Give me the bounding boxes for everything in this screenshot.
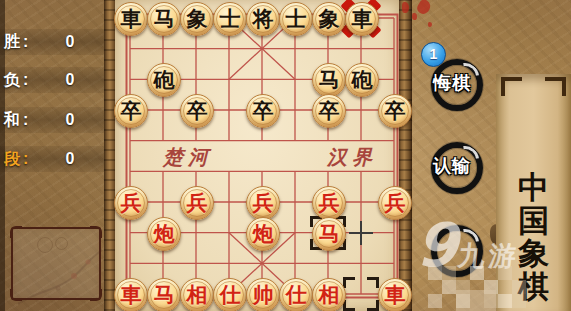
piece-red-炮[interactable]: 炮 <box>147 217 181 251</box>
stats-panel: 胜:0 负:0 和:0 段:0 <box>0 0 108 200</box>
piece-glyph: 卒 <box>385 95 406 127</box>
piece-red-炮[interactable]: 炮 <box>246 217 280 251</box>
stat-colon: : <box>23 33 28 51</box>
banner-char: 棋 <box>496 270 571 303</box>
piece-glyph: 砲 <box>352 64 373 96</box>
piece-glyph: 卒 <box>121 95 142 127</box>
piece-red-兵[interactable]: 兵 <box>114 186 148 220</box>
piece-black-車[interactable]: 車 <box>114 2 148 36</box>
stat-value: 0 <box>62 71 78 89</box>
piece-glyph: 帅 <box>253 279 274 311</box>
piece-red-車[interactable]: 車 <box>114 278 148 311</box>
piece-glyph: 兵 <box>253 187 274 219</box>
piece-glyph: 兵 <box>121 187 142 219</box>
piece-glyph: 砲 <box>154 64 175 96</box>
piece-black-士[interactable]: 士 <box>213 2 247 36</box>
piece-glyph: 仕 <box>220 279 241 311</box>
piece-glyph: 相 <box>187 279 208 311</box>
river-label-han-border: 汉界 <box>327 144 377 171</box>
piece-glyph: 象 <box>187 3 208 35</box>
piece-glyph: 仕 <box>286 279 307 311</box>
piece-glyph: 卒 <box>319 95 340 127</box>
piece-red-相[interactable]: 相 <box>180 278 214 311</box>
piece-red-車[interactable]: 車 <box>378 278 412 311</box>
last-move-from-marker <box>343 277 379 311</box>
piece-black-卒[interactable]: 卒 <box>114 94 148 128</box>
piece-black-将[interactable]: 将 <box>246 2 280 36</box>
piece-glyph: 象 <box>319 3 340 35</box>
piece-red-兵[interactable]: 兵 <box>378 186 412 220</box>
piece-glyph: 車 <box>385 279 406 311</box>
ink-splatter <box>428 22 432 27</box>
stat-colon: : <box>23 111 28 129</box>
piece-glyph: 马 <box>319 64 340 96</box>
stat-value: 0 <box>62 111 78 129</box>
piece-red-仕[interactable]: 仕 <box>213 278 247 311</box>
banner-char: 中 <box>496 171 571 204</box>
piece-glyph: 相 <box>319 279 340 311</box>
piece-red-兵[interactable]: 兵 <box>180 186 214 220</box>
river-label-chu-river: 楚河 <box>163 144 213 171</box>
piece-black-象[interactable]: 象 <box>180 2 214 36</box>
piece-red-兵[interactable]: 兵 <box>246 186 280 220</box>
piece-glyph: 兵 <box>319 187 340 219</box>
piece-red-帅[interactable]: 帅 <box>246 278 280 311</box>
piece-red-相[interactable]: 相 <box>312 278 346 311</box>
resign-button[interactable]: 认输 <box>419 138 485 196</box>
stat-colon: : <box>23 71 28 89</box>
stat-label: 和 <box>4 110 20 131</box>
stat-label: 胜 <box>4 32 20 53</box>
title-banner: 中 国 象 棋 <box>496 74 571 311</box>
banner-char: 国 <box>496 204 571 237</box>
piece-red-兵[interactable]: 兵 <box>312 186 346 220</box>
banner-corner-bracket <box>501 77 522 96</box>
stat-value: 0 <box>62 150 78 168</box>
piece-glyph: 马 <box>154 3 175 35</box>
piece-glyph: 士 <box>286 3 307 35</box>
ink-splatter <box>402 2 409 13</box>
stat-colon: : <box>23 150 28 168</box>
frame-ghost-circle <box>37 237 53 253</box>
ink-splatter <box>412 13 417 20</box>
stat-row-wins: 胜:0 <box>0 29 108 55</box>
piece-glyph: 車 <box>121 3 142 35</box>
piece-glyph: 車 <box>121 279 142 311</box>
banner-char: 象 <box>496 237 571 270</box>
stat-value: 0 <box>62 33 78 51</box>
piece-black-卒[interactable]: 卒 <box>246 94 280 128</box>
stat-label: 负 <box>4 70 20 91</box>
ink-splatter <box>415 0 432 16</box>
piece-red-马[interactable]: 马 <box>312 217 346 251</box>
hidden-button[interactable] <box>419 221 485 279</box>
piece-glyph: 炮 <box>154 218 175 250</box>
board-frame-right <box>397 0 412 311</box>
piece-glyph: 将 <box>253 3 274 35</box>
stat-row-draws: 和:0 <box>0 107 108 133</box>
piece-black-卒[interactable]: 卒 <box>378 94 412 128</box>
ink-circle-icon <box>431 225 483 277</box>
piece-glyph: 士 <box>220 3 241 35</box>
undo-button-label: 悔棋 <box>419 71 485 95</box>
resign-button-label: 认输 <box>419 154 485 178</box>
piece-glyph: 車 <box>352 3 373 35</box>
piece-red-仕[interactable]: 仕 <box>279 278 313 311</box>
stat-label: 段 <box>4 149 20 170</box>
game-screen: 胜:0 负:0 和:0 段:0 <box>0 0 571 311</box>
frame-ghost-circle <box>55 237 68 250</box>
piece-glyph: 卒 <box>253 95 274 127</box>
piece-glyph: 卒 <box>187 95 208 127</box>
piece-glyph: 炮 <box>253 218 274 250</box>
banner-corner-bracket <box>545 77 566 96</box>
piece-red-马[interactable]: 马 <box>147 278 181 311</box>
piece-black-象[interactable]: 象 <box>312 2 346 36</box>
board-cursor <box>349 221 373 245</box>
undo-button[interactable]: 1 悔棋 <box>419 55 485 113</box>
piece-glyph: 兵 <box>187 187 208 219</box>
xiangqi-board[interactable]: 楚河 汉界 車马象士将士象車砲马砲卒卒卒卒卒兵兵兵兵兵炮炮马車马相仕帅仕相車 <box>115 0 399 311</box>
undo-count-badge: 1 <box>421 42 446 67</box>
stat-row-rank: 段:0 <box>0 146 108 172</box>
stat-row-losses: 负:0 <box>0 67 108 93</box>
piece-glyph: 马 <box>154 279 175 311</box>
decorative-frame <box>11 227 101 300</box>
piece-glyph: 马 <box>319 218 340 250</box>
piece-black-車[interactable]: 車 <box>345 2 379 36</box>
piece-black-卒[interactable]: 卒 <box>180 94 214 128</box>
piece-black-士[interactable]: 士 <box>279 2 313 36</box>
piece-black-马[interactable]: 马 <box>147 2 181 36</box>
piece-glyph: 兵 <box>385 187 406 219</box>
piece-black-卒[interactable]: 卒 <box>312 94 346 128</box>
